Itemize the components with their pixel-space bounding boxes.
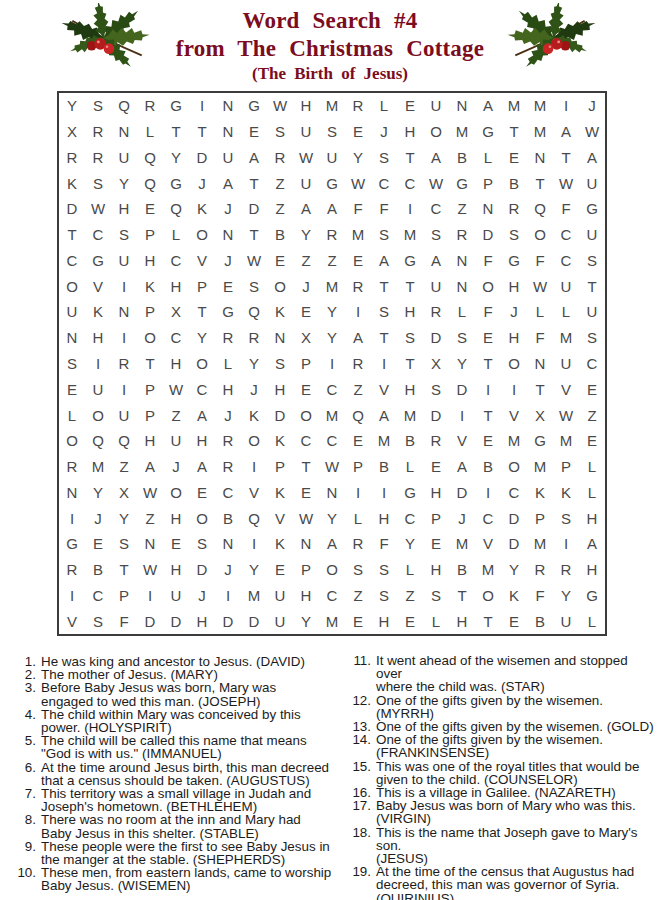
grid-cell: C — [579, 351, 605, 377]
grid-cell: C — [501, 479, 527, 505]
grid-cell: S — [371, 582, 397, 608]
grid-cell: K — [553, 479, 579, 505]
grid-cell: Y — [111, 505, 137, 531]
grid-cell: H — [371, 505, 397, 531]
grid-cell: M — [319, 273, 345, 299]
grid-cell: Q — [241, 299, 267, 325]
grid-cell: X — [423, 351, 449, 377]
grid-cell: Z — [345, 376, 371, 402]
grid-cell: Y — [397, 531, 423, 557]
grid-cell: H — [397, 299, 423, 325]
grid-cell: B — [371, 454, 397, 480]
grid-cell: P — [137, 376, 163, 402]
grid-cell: H — [163, 557, 189, 583]
grid-cell: U — [111, 145, 137, 171]
grid-cell: S — [371, 145, 397, 171]
grid-cell: H — [189, 428, 215, 454]
grid-cell: S — [371, 557, 397, 583]
grid-cell: Y — [59, 93, 85, 119]
grid-cell: H — [397, 119, 423, 145]
grid-cell: T — [293, 454, 319, 480]
grid-cell: F — [527, 248, 553, 274]
grid-cell: E — [137, 196, 163, 222]
grid-cell: M — [527, 119, 553, 145]
grid-cell: C — [293, 428, 319, 454]
grid-cell: E — [345, 608, 371, 634]
grid-cell: P — [293, 351, 319, 377]
grid-cell: M — [397, 402, 423, 428]
clue-item: 12.One of the gifts given by the wisemen… — [347, 694, 657, 720]
grid-cell: T — [527, 376, 553, 402]
grid-cell: N — [449, 273, 475, 299]
clue-number: 6. — [12, 761, 36, 774]
grid-cell: O — [189, 505, 215, 531]
grid-cell: R — [59, 454, 85, 480]
grid-cell: A — [189, 454, 215, 480]
grid-cell: E — [215, 273, 241, 299]
grid-cell: R — [267, 145, 293, 171]
grid-cell: V — [267, 505, 293, 531]
grid-cell: O — [59, 428, 85, 454]
grid-cell: K — [501, 582, 527, 608]
grid-cell: N — [215, 93, 241, 119]
grid-cell: M — [501, 93, 527, 119]
grid-cell: H — [215, 376, 241, 402]
grid-cell: G — [579, 196, 605, 222]
grid-cell: N — [319, 479, 345, 505]
grid-cell: A — [371, 248, 397, 274]
grid-cell: D — [423, 325, 449, 351]
grid-cell: B — [527, 608, 553, 634]
page-subtitle: (The Birth of Jesus) — [0, 64, 660, 84]
grid-cell: G — [527, 428, 553, 454]
grid-cell: T — [475, 608, 501, 634]
grid-cell: Y — [501, 557, 527, 583]
grid-cell: N — [449, 93, 475, 119]
grid-cell: I — [137, 582, 163, 608]
grid-cell: P — [345, 454, 371, 480]
grid-cell: M — [319, 402, 345, 428]
grid-cell: O — [293, 402, 319, 428]
grid-cell: R — [423, 299, 449, 325]
grid-cell: Q — [345, 402, 371, 428]
grid-cell: K — [267, 479, 293, 505]
clue-text: These men, from eastern lands, came to w… — [41, 866, 338, 892]
grid-cell: K — [241, 402, 267, 428]
clue-item: 14.One of the gifts given by the wisemen… — [347, 733, 657, 759]
grid-cell: R — [345, 273, 371, 299]
grid-cell: S — [85, 170, 111, 196]
grid-cell: E — [475, 325, 501, 351]
grid-cell: L — [215, 351, 241, 377]
grid-cell: H — [579, 505, 605, 531]
clue-number: 14. — [347, 733, 371, 746]
grid-cell: U — [293, 119, 319, 145]
grid-cell: I — [59, 505, 85, 531]
clue-text: This territory was a small village in Ju… — [41, 787, 338, 813]
grid-cell: D — [241, 608, 267, 634]
grid-cell: X — [59, 119, 85, 145]
grid-cell: M — [397, 222, 423, 248]
grid-cell: S — [189, 531, 215, 557]
clue-number: 12. — [347, 694, 371, 707]
grid-cell: L — [553, 299, 579, 325]
grid-cell: A — [215, 170, 241, 196]
grid-cell: T — [241, 170, 267, 196]
grid-cell: R — [319, 222, 345, 248]
grid-cell: P — [293, 557, 319, 583]
grid-cell: Z — [319, 248, 345, 274]
grid-cell: J — [215, 196, 241, 222]
grid-cell: J — [215, 248, 241, 274]
letter-grid: YSQRGINGWHMRLEUNAMMIJXRNLTTNESUSEJHOMGTM… — [57, 91, 607, 636]
grid-cell: L — [579, 608, 605, 634]
grid-cell: G — [85, 248, 111, 274]
clue-number: 17. — [347, 799, 371, 812]
grid-cell: Q — [111, 93, 137, 119]
grid-cell: Z — [267, 170, 293, 196]
grid-cell: U — [59, 299, 85, 325]
grid-cell: R — [345, 93, 371, 119]
grid-cell: P — [137, 299, 163, 325]
clue-number: 15. — [347, 760, 371, 773]
grid-cell: L — [137, 119, 163, 145]
grid-cell: T — [449, 582, 475, 608]
grid-cell: L — [449, 299, 475, 325]
grid-cell: O — [189, 222, 215, 248]
clue-item: 11.It went ahead of the wisemen and stop… — [347, 654, 657, 694]
grid-cell: G — [319, 170, 345, 196]
grid-cell: H — [423, 557, 449, 583]
grid-cell: W — [553, 402, 579, 428]
grid-cell: W — [293, 505, 319, 531]
grid-cell: I — [111, 273, 137, 299]
grid-cell: N — [475, 196, 501, 222]
grid-cell: M — [449, 119, 475, 145]
grid-cell: H — [371, 608, 397, 634]
grid-cell: A — [475, 93, 501, 119]
grid-cell: X — [111, 479, 137, 505]
grid-cell: N — [215, 531, 241, 557]
grid-cell: P — [423, 505, 449, 531]
clue-text: Baby Jesus was born of Mary who was this… — [376, 799, 657, 825]
grid-cell: M — [475, 557, 501, 583]
grid-cell: K — [137, 273, 163, 299]
grid-cell: T — [163, 119, 189, 145]
grid-cell: J — [85, 505, 111, 531]
grid-cell: C — [163, 248, 189, 274]
grid-cell: H — [163, 351, 189, 377]
grid-cell: H — [397, 376, 423, 402]
grid-cell: R — [345, 531, 371, 557]
clue-item: 8.There was no room at the inn and Mary … — [12, 813, 338, 839]
grid-cell: J — [293, 273, 319, 299]
grid-cell: U — [85, 376, 111, 402]
grid-cell: T — [371, 325, 397, 351]
grid-cell: R — [501, 196, 527, 222]
grid-cell: B — [397, 428, 423, 454]
grid-cell: S — [371, 222, 397, 248]
grid-cell: W — [267, 93, 293, 119]
grid-cell: F — [475, 299, 501, 325]
grid-cell: W — [241, 248, 267, 274]
grid-cell: S — [423, 582, 449, 608]
grid-cell: I — [475, 479, 501, 505]
clue-item: 17.Baby Jesus was born of Mary who was t… — [347, 799, 657, 825]
grid-cell: K — [267, 531, 293, 557]
grid-cell: I — [111, 376, 137, 402]
grid-cell: W — [137, 479, 163, 505]
grid-cell: I — [501, 376, 527, 402]
clue-text: The child will be called this name that … — [41, 734, 338, 760]
grid-cell: D — [189, 145, 215, 171]
grid-cell: V — [241, 479, 267, 505]
grid-cell: S — [423, 376, 449, 402]
puzzle-page: Word Search #4 from The Christmas Cottag… — [0, 0, 660, 900]
grid-cell: U — [111, 248, 137, 274]
grid-cell: Y — [111, 170, 137, 196]
grid-cell: W — [553, 170, 579, 196]
grid-cell: B — [85, 557, 111, 583]
clue-number: 10. — [12, 866, 36, 879]
grid-cell: T — [189, 299, 215, 325]
grid-cell: K — [85, 299, 111, 325]
grid-cell: A — [241, 145, 267, 171]
grid-cell: U — [267, 582, 293, 608]
clue-number: 18. — [347, 826, 371, 839]
grid-cell: I — [189, 93, 215, 119]
grid-cell: D — [59, 196, 85, 222]
grid-cell: C — [59, 248, 85, 274]
grid-cell: B — [501, 170, 527, 196]
grid-cell: H — [137, 428, 163, 454]
grid-cell: I — [241, 454, 267, 480]
grid-cell: H — [501, 325, 527, 351]
grid-cell: Y — [189, 325, 215, 351]
grid-cell: M — [527, 93, 553, 119]
grid-cell: S — [85, 93, 111, 119]
grid-cell: O — [527, 222, 553, 248]
grid-cell: C — [319, 582, 345, 608]
grid-cell: P — [137, 402, 163, 428]
grid-cell: I — [553, 93, 579, 119]
grid-cell: M — [241, 582, 267, 608]
grid-cell: O — [163, 479, 189, 505]
grid-cell: O — [501, 454, 527, 480]
grid-cell: F — [111, 608, 137, 634]
grid-cell: T — [241, 222, 267, 248]
grid-cell: L — [371, 93, 397, 119]
grid-cell: T — [397, 145, 423, 171]
clue-item: 15.This was one of the royal titles that… — [347, 760, 657, 786]
grid-cell: N — [527, 351, 553, 377]
clue-list-right: 11.It went ahead of the wisemen and stop… — [347, 654, 657, 900]
grid-cell: Q — [85, 428, 111, 454]
grid-cell: H — [423, 479, 449, 505]
grid-cell: F — [527, 582, 553, 608]
grid-cell: S — [553, 505, 579, 531]
grid-cell: M — [345, 222, 371, 248]
grid-cell: E — [163, 531, 189, 557]
grid-cell: S — [397, 325, 423, 351]
grid-cell: T — [111, 557, 137, 583]
grid-cell: H — [293, 582, 319, 608]
grid-cell: T — [553, 145, 579, 171]
grid-cell: B — [475, 454, 501, 480]
grid-cell: H — [111, 196, 137, 222]
grid-cell: C — [319, 376, 345, 402]
grid-cell: E — [475, 428, 501, 454]
grid-cell: E — [293, 376, 319, 402]
grid-cell: A — [319, 531, 345, 557]
clue-item: 6.At the time around Jesus birth, this m… — [12, 761, 338, 787]
grid-cell: R — [85, 145, 111, 171]
grid-cell: N — [215, 222, 241, 248]
grid-cell: T — [501, 119, 527, 145]
clue-text: These people were the first to see Baby … — [41, 840, 338, 866]
clue-text: One of the gifts given by the wisemen. (… — [376, 694, 657, 720]
grid-cell: I — [397, 196, 423, 222]
grid-cell: E — [85, 531, 111, 557]
grid-cell: S — [345, 557, 371, 583]
grid-cell: T — [371, 273, 397, 299]
grid-cell: Y — [319, 505, 345, 531]
grid-cell: D — [449, 376, 475, 402]
grid-cell: W — [319, 454, 345, 480]
grid-cell: I — [59, 582, 85, 608]
grid-cell: D — [267, 402, 293, 428]
grid-cell: E — [501, 608, 527, 634]
grid-cell: R — [449, 222, 475, 248]
grid-cell: K — [267, 299, 293, 325]
grid-cell: S — [111, 531, 137, 557]
grid-cell: O — [475, 582, 501, 608]
grid-cell: U — [293, 170, 319, 196]
grid-cell: C — [397, 170, 423, 196]
grid-cell: C — [163, 325, 189, 351]
grid-cell: Y — [319, 299, 345, 325]
grid-cell: S — [579, 248, 605, 274]
grid-cell: F — [345, 196, 371, 222]
grid-cell: Q — [163, 196, 189, 222]
grid-cell: R — [59, 557, 85, 583]
grid-cell: L — [527, 299, 553, 325]
grid-cell: M — [449, 531, 475, 557]
grid-cell: Z — [163, 402, 189, 428]
grid-cell: A — [137, 454, 163, 480]
clue-number: 19. — [347, 865, 371, 878]
grid-cell: S — [267, 119, 293, 145]
grid-cell: B — [215, 505, 241, 531]
grid-cell: S — [267, 351, 293, 377]
grid-cell: P — [475, 170, 501, 196]
grid-cell: E — [501, 145, 527, 171]
grid-cell: C — [319, 428, 345, 454]
grid-cell: U — [163, 582, 189, 608]
grid-cell: O — [267, 273, 293, 299]
grid-cell: L — [397, 557, 423, 583]
grid-cell: M — [527, 531, 553, 557]
grid-cell: Q — [111, 428, 137, 454]
clue-list-left: 1.He was king and ancestor to Jesus. (DA… — [12, 655, 338, 893]
grid-cell: R — [241, 325, 267, 351]
page-title-line2: from The Christmas Cottage — [0, 36, 660, 62]
grid-cell: Y — [345, 145, 371, 171]
grid-cell: D — [137, 608, 163, 634]
grid-cell: Y — [553, 582, 579, 608]
grid-cell: Z — [579, 402, 605, 428]
grid-cell: L — [397, 454, 423, 480]
grid-cell: A — [579, 145, 605, 171]
grid-cell: H — [137, 248, 163, 274]
clue-item: 4.The child within Mary was conceived by… — [12, 708, 338, 734]
grid-cell: Y — [241, 557, 267, 583]
grid-cell: W — [579, 119, 605, 145]
grid-cell: D — [449, 479, 475, 505]
grid-cell: W — [293, 145, 319, 171]
grid-cell: T — [397, 351, 423, 377]
grid-cell: N — [111, 119, 137, 145]
grid-cell: S — [111, 222, 137, 248]
clue-item: 7.This territory was a small village in … — [12, 787, 338, 813]
grid-cell: L — [423, 608, 449, 634]
clue-number: 7. — [12, 787, 36, 800]
grid-cell: W — [345, 170, 371, 196]
grid-cell: C — [371, 170, 397, 196]
grid-cell: E — [189, 479, 215, 505]
grid-cell: N — [215, 119, 241, 145]
grid-cell: X — [527, 402, 553, 428]
grid-cell: O — [137, 325, 163, 351]
grid-cell: D — [475, 222, 501, 248]
clue-number: 4. — [12, 708, 36, 721]
grid-cell: C — [423, 196, 449, 222]
grid-cell: O — [423, 119, 449, 145]
grid-cell: V — [553, 376, 579, 402]
grid-cell: D — [215, 608, 241, 634]
grid-cell: U — [423, 93, 449, 119]
grid-cell: H — [579, 557, 605, 583]
grid-cell: R — [215, 454, 241, 480]
grid-cell: R — [215, 428, 241, 454]
grid-cell: V — [449, 428, 475, 454]
grid-cell: I — [85, 351, 111, 377]
grid-cell: U — [553, 351, 579, 377]
grid-cell: J — [215, 402, 241, 428]
grid-cell: D — [163, 608, 189, 634]
grid-cell: G — [475, 119, 501, 145]
grid-cell: Z — [397, 582, 423, 608]
grid-cell: Z — [345, 582, 371, 608]
clue-item: 19.At the time of the census that August… — [347, 865, 657, 900]
grid-cell: C — [475, 505, 501, 531]
grid-cell: G — [241, 93, 267, 119]
grid-cell: R — [137, 93, 163, 119]
grid-cell: V — [475, 531, 501, 557]
grid-cell: X — [293, 325, 319, 351]
grid-cell: L — [475, 145, 501, 171]
grid-cell: Q — [241, 505, 267, 531]
grid-cell: G — [397, 248, 423, 274]
grid-cell: D — [423, 402, 449, 428]
grid-cell: A — [345, 325, 371, 351]
clue-text: This is the name that Joseph gave to Mar… — [376, 826, 657, 866]
grid-cell: C — [85, 582, 111, 608]
grid-cell: N — [111, 299, 137, 325]
grid-cell: U — [579, 222, 605, 248]
grid-cell: T — [579, 273, 605, 299]
grid-cell: M — [553, 325, 579, 351]
